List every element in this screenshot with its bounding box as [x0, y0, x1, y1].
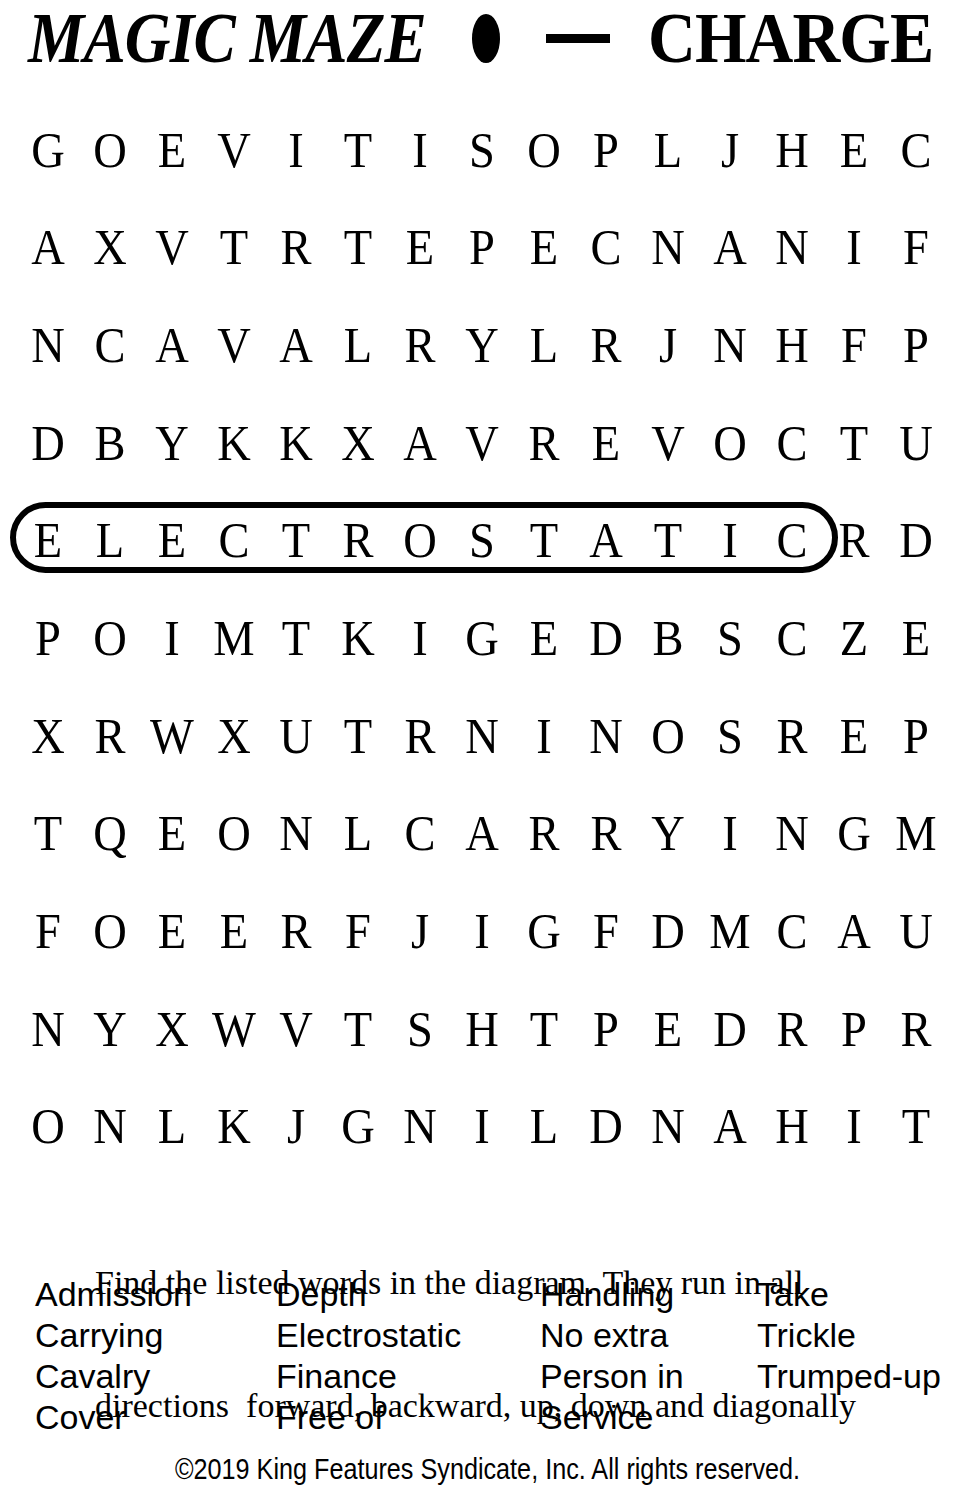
grid-cell-r3c12: N	[701, 296, 759, 394]
page-title: MAGIC MAZE	[28, 0, 426, 76]
grid-cell-r10c15: R	[887, 980, 945, 1078]
grid-cell-r1c12: J	[701, 101, 759, 199]
grid-cell-r9c6: F	[329, 882, 387, 980]
grid-cell-r7c5: U	[267, 687, 325, 785]
grid-cell-r6c3: I	[143, 589, 201, 687]
grid-cell-r11c10: D	[577, 1077, 635, 1175]
grid-cell-r3c9: L	[515, 296, 573, 394]
grid-cell-r6c2: O	[81, 589, 139, 687]
grid-cell-r1c7: I	[391, 101, 449, 199]
grid-cell-r5c6: R	[329, 492, 387, 590]
word-list-item: Free of	[276, 1397, 461, 1438]
grid-cell-r8c4: O	[205, 784, 263, 882]
grid-cell-r8c9: R	[515, 784, 573, 882]
grid-cell-r11c5: J	[267, 1077, 325, 1175]
grid-cell-r6c8: G	[453, 589, 511, 687]
word-list-item: Take	[757, 1274, 941, 1315]
grid-cell-r3c13: H	[763, 296, 821, 394]
grid-cell-r8c7: C	[391, 784, 449, 882]
grid-cell-r6c1: P	[19, 589, 77, 687]
grid-cell-r9c14: A	[825, 882, 883, 980]
grid-cell-r4c3: Y	[143, 394, 201, 492]
grid-cell-r10c13: R	[763, 980, 821, 1078]
grid-cell-r6c13: C	[763, 589, 821, 687]
grid-cell-r9c10: F	[577, 882, 635, 980]
grid-cell-r9c12: M	[701, 882, 759, 980]
grid-cell-r1c5: I	[267, 101, 325, 199]
grid-cell-r3c10: R	[577, 296, 635, 394]
grid-cell-r5c7: O	[391, 492, 449, 590]
grid-cell-r1c4: V	[205, 101, 263, 199]
grid-cell-r11c9: L	[515, 1077, 573, 1175]
word-list-item: Cavalry	[35, 1356, 192, 1397]
grid-cell-r2c1: A	[19, 199, 77, 297]
grid-cell-r9c1: F	[19, 882, 77, 980]
grid-cell-r7c13: R	[763, 687, 821, 785]
grid-cell-r8c15: M	[887, 784, 945, 882]
grid-cell-r2c11: N	[639, 199, 697, 297]
grid-cell-r7c9: I	[515, 687, 573, 785]
grid-cell-r4c11: V	[639, 394, 697, 492]
grid-cell-r2c14: I	[825, 199, 883, 297]
grid-cell-r2c5: R	[267, 199, 325, 297]
grid-cell-r5c10: A	[577, 492, 635, 590]
grid-cell-r3c2: C	[81, 296, 139, 394]
grid-cell-r10c7: S	[391, 980, 449, 1078]
grid-cell-r3c14: F	[825, 296, 883, 394]
word-list-column-2: DepthElectrostaticFinanceFree of	[276, 1274, 461, 1438]
grid-cell-r11c2: N	[81, 1077, 139, 1175]
grid-cell-r2c7: E	[391, 199, 449, 297]
grid-cell-r1c8: S	[453, 101, 511, 199]
grid-cell-r4c12: O	[701, 394, 759, 492]
grid-cell-r4c9: R	[515, 394, 573, 492]
word-list-item: Electrostatic	[276, 1315, 461, 1356]
grid-cell-r7c12: S	[701, 687, 759, 785]
grid-cell-r9c8: I	[453, 882, 511, 980]
grid-cell-r5c13: C	[763, 492, 821, 590]
puzzle-theme-title: CHARGE	[648, 0, 933, 76]
grid-cell-r6c6: K	[329, 589, 387, 687]
grid-cell-r9c2: O	[81, 882, 139, 980]
dash-icon	[546, 34, 610, 43]
grid-cell-r1c1: G	[19, 101, 77, 199]
grid-cell-r5c2: L	[81, 492, 139, 590]
grid-cell-r9c4: E	[205, 882, 263, 980]
grid-cell-r3c15: P	[887, 296, 945, 394]
grid-cell-r9c7: J	[391, 882, 449, 980]
grid-cell-r11c15: T	[887, 1077, 945, 1175]
grid-cell-r10c2: Y	[81, 980, 139, 1078]
grid-cell-r5c5: T	[267, 492, 325, 590]
grid-cell-r10c9: T	[515, 980, 573, 1078]
grid-cell-r8c11: Y	[639, 784, 697, 882]
grid-cell-r2c2: X	[81, 199, 139, 297]
grid-cell-r8c5: N	[267, 784, 325, 882]
grid-cell-r10c11: E	[639, 980, 697, 1078]
grid-cell-r4c2: B	[81, 394, 139, 492]
grid-cell-r5c1: E	[19, 492, 77, 590]
grid-cell-r7c6: T	[329, 687, 387, 785]
grid-cell-r10c8: H	[453, 980, 511, 1078]
grid-cell-r10c6: T	[329, 980, 387, 1078]
word-list: AdmissionCarryingCavalryCoverDepthElectr…	[0, 1274, 975, 1444]
grid-cell-r11c7: N	[391, 1077, 449, 1175]
grid-cell-r8c3: E	[143, 784, 201, 882]
grid-cell-r2c12: A	[701, 199, 759, 297]
grid-cell-r7c2: R	[81, 687, 139, 785]
grid-cell-r11c6: G	[329, 1077, 387, 1175]
grid-cell-r6c15: E	[887, 589, 945, 687]
grid-cell-r8c13: N	[763, 784, 821, 882]
grid-cell-r3c5: A	[267, 296, 325, 394]
grid-cell-r1c15: C	[887, 101, 945, 199]
grid-cell-r1c3: E	[143, 101, 201, 199]
grid-cell-r9c5: R	[267, 882, 325, 980]
grid-cell-r5c11: T	[639, 492, 697, 590]
grid-cell-r8c6: L	[329, 784, 387, 882]
grid-cell-r8c14: G	[825, 784, 883, 882]
grid-cell-r1c9: O	[515, 101, 573, 199]
grid-cell-r7c11: O	[639, 687, 697, 785]
grid-cell-r11c8: I	[453, 1077, 511, 1175]
grid-cell-r11c1: O	[19, 1077, 77, 1175]
grid-cell-r4c13: C	[763, 394, 821, 492]
grid-cell-r3c8: Y	[453, 296, 511, 394]
grid-cell-r10c5: V	[267, 980, 325, 1078]
puzzle-page: MAGIC MAZE CHARGE GOEVITISOPLJHECAXVTRTE…	[0, 0, 975, 1500]
grid-cell-r6c9: E	[515, 589, 573, 687]
grid-cell-r11c11: N	[639, 1077, 697, 1175]
word-list-item: Person in	[540, 1356, 684, 1397]
grid-cell-r1c11: L	[639, 101, 697, 199]
grid-cell-r2c3: V	[143, 199, 201, 297]
grid-cell-r7c1: X	[19, 687, 77, 785]
grid-cell-r9c13: C	[763, 882, 821, 980]
word-list-item: Handling	[540, 1274, 684, 1315]
grid-cell-r11c14: I	[825, 1077, 883, 1175]
grid-cell-r7c4: X	[205, 687, 263, 785]
grid-cell-r3c7: R	[391, 296, 449, 394]
grid-cell-r1c2: O	[81, 101, 139, 199]
grid-cell-r2c4: T	[205, 199, 263, 297]
copyright: ©2019 King Features Syndicate, Inc. All …	[78, 1452, 897, 1486]
grid-cell-r1c14: E	[825, 101, 883, 199]
grid-cell-r3c3: A	[143, 296, 201, 394]
grid-cell-r8c2: Q	[81, 784, 139, 882]
grid-cell-r9c3: E	[143, 882, 201, 980]
grid-cell-r10c14: P	[825, 980, 883, 1078]
word-list-column-1: AdmissionCarryingCavalryCover	[35, 1274, 192, 1438]
word-list-item: Cover	[35, 1397, 192, 1438]
grid-cell-r6c7: I	[391, 589, 449, 687]
grid-cell-r3c11: J	[639, 296, 697, 394]
grid-cell-r9c9: G	[515, 882, 573, 980]
grid-cell-r5c14: R	[825, 492, 883, 590]
word-list-item: Trickle	[757, 1315, 941, 1356]
word-list-item: Service	[540, 1397, 684, 1438]
grid-cell-r7c8: N	[453, 687, 511, 785]
grid-cell-r8c8: A	[453, 784, 511, 882]
grid-cell-r3c6: L	[329, 296, 387, 394]
grid-cell-r11c12: A	[701, 1077, 759, 1175]
grid-cell-r4c4: K	[205, 394, 263, 492]
word-list-column-3: HandlingNo extraPerson inService	[540, 1274, 684, 1438]
grid-cell-r4c15: U	[887, 394, 945, 492]
grid-cell-r8c10: R	[577, 784, 635, 882]
grid-cell-r9c15: U	[887, 882, 945, 980]
grid-cell-r6c14: Z	[825, 589, 883, 687]
grid-cell-r7c15: P	[887, 687, 945, 785]
grid-cell-r2c8: P	[453, 199, 511, 297]
grid-cell-r1c6: T	[329, 101, 387, 199]
grid-cell-r6c4: M	[205, 589, 263, 687]
letter-grid: GOEVITISOPLJHECAXVTRTEPECNANIFNCAVALRYLR…	[17, 101, 947, 1175]
grid-cell-r4c10: E	[577, 394, 635, 492]
grid-cell-r10c12: D	[701, 980, 759, 1078]
grid-cell-r4c5: K	[267, 394, 325, 492]
grid-cell-r2c6: T	[329, 199, 387, 297]
grid-cell-r7c3: W	[143, 687, 201, 785]
grid-cell-r11c3: L	[143, 1077, 201, 1175]
grid-cell-r3c1: N	[19, 296, 77, 394]
grid-cell-r7c7: R	[391, 687, 449, 785]
grid-cell-r6c10: D	[577, 589, 635, 687]
word-list-column-4: TakeTrickleTrumped-up	[757, 1274, 941, 1397]
grid-cell-r6c5: T	[267, 589, 325, 687]
grid-cell-r2c10: C	[577, 199, 635, 297]
word-list-item: Admission	[35, 1274, 192, 1315]
grid-cell-r11c13: H	[763, 1077, 821, 1175]
grid-cell-r4c1: D	[19, 394, 77, 492]
grid-cell-r5c9: T	[515, 492, 573, 590]
grid-cell-r4c8: V	[453, 394, 511, 492]
grid-cell-r10c10: P	[577, 980, 635, 1078]
grid-cell-r6c12: S	[701, 589, 759, 687]
grid-cell-r10c1: N	[19, 980, 77, 1078]
grid-cell-r5c4: C	[205, 492, 263, 590]
grid-cell-r1c10: P	[577, 101, 635, 199]
grid-cell-r1c13: H	[763, 101, 821, 199]
grid-cell-r8c12: I	[701, 784, 759, 882]
grid-cell-r5c3: E	[143, 492, 201, 590]
grid-cell-r5c15: D	[887, 492, 945, 590]
word-list-item: No extra	[540, 1315, 684, 1356]
grid-cell-r3c4: V	[205, 296, 263, 394]
word-list-item: Trumped-up	[757, 1356, 941, 1397]
grid-cell-r4c7: A	[391, 394, 449, 492]
grid-cell-r8c1: T	[19, 784, 77, 882]
word-list-item: Carrying	[35, 1315, 192, 1356]
grid-cell-r7c10: N	[577, 687, 635, 785]
grid-cell-r10c3: X	[143, 980, 201, 1078]
grid-cell-r9c11: D	[639, 882, 697, 980]
grid-cell-r4c6: X	[329, 394, 387, 492]
grid-cell-r5c8: S	[453, 492, 511, 590]
grid-cell-r2c15: F	[887, 199, 945, 297]
grid-cell-r10c4: W	[205, 980, 263, 1078]
grid-cell-r5c12: I	[701, 492, 759, 590]
grid-cell-r2c13: N	[763, 199, 821, 297]
grid-cell-r2c9: E	[515, 199, 573, 297]
grid-cell-r4c14: T	[825, 394, 883, 492]
word-list-item: Depth	[276, 1274, 461, 1315]
word-list-item: Finance	[276, 1356, 461, 1397]
grid-cell-r6c11: B	[639, 589, 697, 687]
bullet-icon	[472, 14, 500, 63]
grid-cell-r11c4: K	[205, 1077, 263, 1175]
grid-cell-r7c14: E	[825, 687, 883, 785]
